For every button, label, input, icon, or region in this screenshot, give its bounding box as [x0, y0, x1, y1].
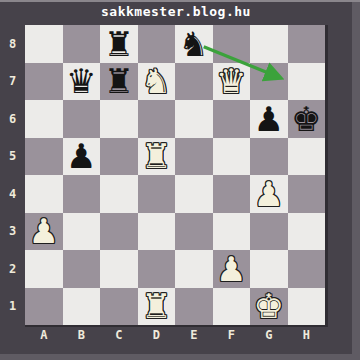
square-e5[interactable]: [175, 138, 213, 176]
square-e6[interactable]: [175, 100, 213, 138]
square-d7[interactable]: ♞: [138, 63, 176, 101]
rank-label-2: 2: [0, 250, 25, 288]
square-c8[interactable]: ♜: [100, 25, 138, 63]
square-e3[interactable]: [175, 213, 213, 251]
square-g5[interactable]: [250, 138, 288, 176]
rank-label-7: 7: [0, 63, 25, 101]
white-rook: ♜: [141, 289, 171, 323]
file-labels: ABCDEFGH: [25, 328, 325, 342]
square-f2[interactable]: ♟: [213, 250, 251, 288]
square-e8[interactable]: ♞: [175, 25, 213, 63]
square-a1[interactable]: [25, 288, 63, 326]
square-b5[interactable]: ♟: [63, 138, 101, 176]
square-c3[interactable]: [100, 213, 138, 251]
file-label-a: A: [25, 328, 63, 342]
square-h4[interactable]: [288, 175, 326, 213]
square-d1[interactable]: ♜: [138, 288, 176, 326]
rank-label-5: 5: [0, 138, 25, 176]
square-e7[interactable]: [175, 63, 213, 101]
frame-bevel-right: [352, 2, 360, 360]
square-h1[interactable]: [288, 288, 326, 326]
file-label-h: H: [288, 328, 326, 342]
square-d3[interactable]: [138, 213, 176, 251]
square-a5[interactable]: [25, 138, 63, 176]
square-a8[interactable]: [25, 25, 63, 63]
square-h2[interactable]: [288, 250, 326, 288]
file-label-f: F: [213, 328, 251, 342]
square-f1[interactable]: [213, 288, 251, 326]
square-g2[interactable]: [250, 250, 288, 288]
square-g4[interactable]: ♟: [250, 175, 288, 213]
square-g7[interactable]: [250, 63, 288, 101]
square-f7[interactable]: ♛: [213, 63, 251, 101]
rank-label-6: 6: [0, 100, 25, 138]
chess-board[interactable]: ♜♞♛♜♞♛♟♚♟♜♟♟♟♜♚: [25, 25, 328, 327]
white-rook: ♜: [141, 139, 171, 173]
square-b3[interactable]: [63, 213, 101, 251]
square-g1[interactable]: ♚: [250, 288, 288, 326]
rank-label-3: 3: [0, 213, 25, 251]
file-label-e: E: [175, 328, 213, 342]
square-d5[interactable]: ♜: [138, 138, 176, 176]
chess-diagram: sakkmester.blog.hu 87654321 ♜♞♛♜♞♛♟♚♟♜♟♟…: [0, 0, 360, 360]
black-rook: ♜: [104, 64, 134, 98]
square-c2[interactable]: [100, 250, 138, 288]
white-queen: ♛: [216, 64, 246, 98]
square-h3[interactable]: [288, 213, 326, 251]
square-c4[interactable]: [100, 175, 138, 213]
white-king: ♚: [254, 289, 284, 323]
frame-bevel-top: [0, 0, 360, 2]
square-f3[interactable]: [213, 213, 251, 251]
file-label-c: C: [100, 328, 138, 342]
square-f4[interactable]: [213, 175, 251, 213]
square-b6[interactable]: [63, 100, 101, 138]
site-title: sakkmester.blog.hu: [0, 4, 352, 19]
square-a6[interactable]: [25, 100, 63, 138]
square-e2[interactable]: [175, 250, 213, 288]
square-e4[interactable]: [175, 175, 213, 213]
square-d4[interactable]: [138, 175, 176, 213]
file-label-d: D: [138, 328, 176, 342]
square-d8[interactable]: [138, 25, 176, 63]
square-e1[interactable]: [175, 288, 213, 326]
black-pawn: ♟: [254, 102, 284, 136]
black-rook: ♜: [104, 27, 134, 61]
square-c7[interactable]: ♜: [100, 63, 138, 101]
rank-labels: 87654321: [0, 25, 25, 325]
black-knight: ♞: [179, 27, 209, 61]
square-f6[interactable]: [213, 100, 251, 138]
square-g3[interactable]: [250, 213, 288, 251]
square-h7[interactable]: [288, 63, 326, 101]
black-pawn: ♟: [66, 139, 96, 173]
black-king: ♚: [291, 102, 321, 136]
square-a4[interactable]: [25, 175, 63, 213]
square-c5[interactable]: [100, 138, 138, 176]
square-b4[interactable]: [63, 175, 101, 213]
square-d2[interactable]: [138, 250, 176, 288]
square-d6[interactable]: [138, 100, 176, 138]
square-c1[interactable]: [100, 288, 138, 326]
square-a7[interactable]: [25, 63, 63, 101]
square-b7[interactable]: ♛: [63, 63, 101, 101]
rank-label-4: 4: [0, 175, 25, 213]
square-g6[interactable]: ♟: [250, 100, 288, 138]
file-label-g: G: [250, 328, 288, 342]
white-pawn: ♟: [29, 214, 59, 248]
square-a2[interactable]: [25, 250, 63, 288]
square-b2[interactable]: [63, 250, 101, 288]
square-h6[interactable]: ♚: [288, 100, 326, 138]
square-f5[interactable]: [213, 138, 251, 176]
file-label-b: B: [63, 328, 101, 342]
white-pawn: ♟: [254, 177, 284, 211]
white-knight: ♞: [141, 64, 171, 98]
square-g8[interactable]: [250, 25, 288, 63]
white-pawn: ♟: [216, 252, 246, 286]
rank-label-1: 1: [0, 288, 25, 326]
square-a3[interactable]: ♟: [25, 213, 63, 251]
square-h5[interactable]: [288, 138, 326, 176]
square-f8[interactable]: [213, 25, 251, 63]
frame-bevel-bottom: [0, 354, 352, 360]
square-c6[interactable]: [100, 100, 138, 138]
rank-label-8: 8: [0, 25, 25, 63]
square-b8[interactable]: [63, 25, 101, 63]
square-h8[interactable]: [288, 25, 326, 63]
black-queen: ♛: [66, 64, 96, 98]
square-b1[interactable]: [63, 288, 101, 326]
